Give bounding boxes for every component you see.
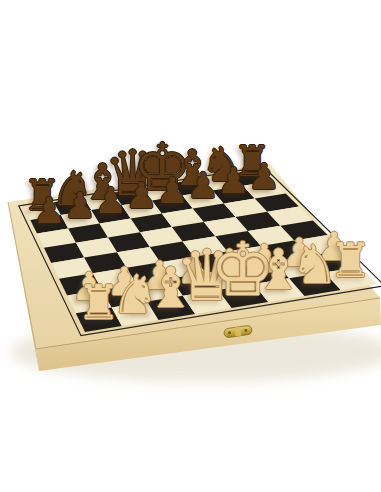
- black-pawn-glyph: ♟: [187, 168, 219, 204]
- chess-set-product-photo: ♜♞♝♛♚♝♞♜♟♟♟♟♟♟♟♟♟♟♟♟♟♟♟♟♜♞♝♛♚♝♞♜: [0, 0, 381, 492]
- black-pawn-glyph: ♟: [33, 193, 65, 229]
- piece-black-pawn-c7[interactable]: ♟: [95, 183, 127, 219]
- black-pawn-glyph: ♟: [248, 159, 280, 195]
- white-rook-glyph: ♜: [329, 237, 372, 285]
- piece-black-pawn-e7[interactable]: ♟: [156, 173, 188, 209]
- piece-black-pawn-a7[interactable]: ♟: [33, 193, 65, 229]
- black-pawn-glyph: ♟: [125, 178, 157, 214]
- black-pawn-glyph: ♟: [64, 188, 96, 224]
- piece-black-pawn-f7[interactable]: ♟: [187, 168, 219, 204]
- black-pawn-glyph: ♟: [217, 163, 249, 199]
- piece-black-pawn-b7[interactable]: ♟: [64, 188, 96, 224]
- piece-white-rook-h1[interactable]: ♜: [329, 237, 372, 285]
- piece-black-pawn-h7[interactable]: ♟: [248, 159, 280, 195]
- piece-black-pawn-g7[interactable]: ♟: [217, 163, 249, 199]
- piece-black-pawn-d7[interactable]: ♟: [125, 178, 157, 214]
- black-pawn-glyph: ♟: [156, 173, 188, 209]
- pieces-layer: ♜♞♝♛♚♝♞♜♟♟♟♟♟♟♟♟♟♟♟♟♟♟♟♟♜♞♝♛♚♝♞♜: [0, 0, 381, 492]
- black-pawn-glyph: ♟: [95, 183, 127, 219]
